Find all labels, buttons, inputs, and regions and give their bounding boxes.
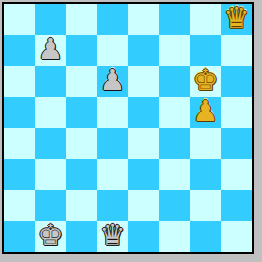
square-a2[interactable] [4, 190, 35, 221]
square-e5[interactable] [128, 97, 159, 128]
square-g1[interactable] [190, 221, 221, 252]
square-a5[interactable] [4, 97, 35, 128]
square-b8[interactable] [35, 4, 66, 35]
square-a1[interactable] [4, 221, 35, 252]
square-e4[interactable] [128, 128, 159, 159]
square-f2[interactable] [159, 190, 190, 221]
square-f7[interactable] [159, 35, 190, 66]
square-d1[interactable]: ♛ [97, 221, 128, 252]
square-a6[interactable] [4, 66, 35, 97]
square-c8[interactable] [66, 4, 97, 35]
square-d2[interactable] [97, 190, 128, 221]
square-c1[interactable] [66, 221, 97, 252]
square-g2[interactable] [190, 190, 221, 221]
square-a7[interactable] [4, 35, 35, 66]
square-h2[interactable] [221, 190, 252, 221]
square-h4[interactable] [221, 128, 252, 159]
square-c6[interactable] [66, 66, 97, 97]
white-queen-h8[interactable]: ♛ [224, 4, 250, 34]
square-e6[interactable] [128, 66, 159, 97]
square-h6[interactable] [221, 66, 252, 97]
square-g7[interactable] [190, 35, 221, 66]
square-c7[interactable] [66, 35, 97, 66]
square-d7[interactable] [97, 35, 128, 66]
square-e3[interactable] [128, 159, 159, 190]
square-f8[interactable] [159, 4, 190, 35]
chess-app-window: ♛♟♟♚♟♚♛ [0, 0, 262, 262]
square-d8[interactable] [97, 4, 128, 35]
white-pawn-g5[interactable]: ♟ [193, 97, 219, 127]
square-h3[interactable] [221, 159, 252, 190]
square-d3[interactable] [97, 159, 128, 190]
square-g5[interactable]: ♟ [190, 97, 221, 128]
square-f1[interactable] [159, 221, 190, 252]
square-e1[interactable] [128, 221, 159, 252]
square-b2[interactable] [35, 190, 66, 221]
square-a8[interactable] [4, 4, 35, 35]
square-f6[interactable] [159, 66, 190, 97]
square-d6[interactable]: ♟ [97, 66, 128, 97]
square-g6[interactable]: ♚ [190, 66, 221, 97]
square-h1[interactable] [221, 221, 252, 252]
square-g4[interactable] [190, 128, 221, 159]
white-king-g6[interactable]: ♚ [193, 66, 219, 96]
square-f5[interactable] [159, 97, 190, 128]
square-d4[interactable] [97, 128, 128, 159]
square-g3[interactable] [190, 159, 221, 190]
square-c4[interactable] [66, 128, 97, 159]
square-d5[interactable] [97, 97, 128, 128]
square-b5[interactable] [35, 97, 66, 128]
black-king-b1[interactable]: ♚ [38, 221, 64, 251]
chess-board: ♛♟♟♚♟♚♛ [2, 2, 254, 254]
square-e2[interactable] [128, 190, 159, 221]
square-g8[interactable] [190, 4, 221, 35]
square-c3[interactable] [66, 159, 97, 190]
black-queen-d1[interactable]: ♛ [100, 221, 126, 251]
square-a4[interactable] [4, 128, 35, 159]
square-b3[interactable] [35, 159, 66, 190]
square-f4[interactable] [159, 128, 190, 159]
square-c2[interactable] [66, 190, 97, 221]
square-c5[interactable] [66, 97, 97, 128]
square-b7[interactable]: ♟ [35, 35, 66, 66]
black-pawn-b7[interactable]: ♟ [38, 35, 64, 65]
square-f3[interactable] [159, 159, 190, 190]
square-b6[interactable] [35, 66, 66, 97]
square-h8[interactable]: ♛ [221, 4, 252, 35]
square-a3[interactable] [4, 159, 35, 190]
square-e7[interactable] [128, 35, 159, 66]
black-pawn-d6[interactable]: ♟ [100, 66, 126, 96]
square-b1[interactable]: ♚ [35, 221, 66, 252]
square-e8[interactable] [128, 4, 159, 35]
square-h7[interactable] [221, 35, 252, 66]
square-h5[interactable] [221, 97, 252, 128]
square-b4[interactable] [35, 128, 66, 159]
